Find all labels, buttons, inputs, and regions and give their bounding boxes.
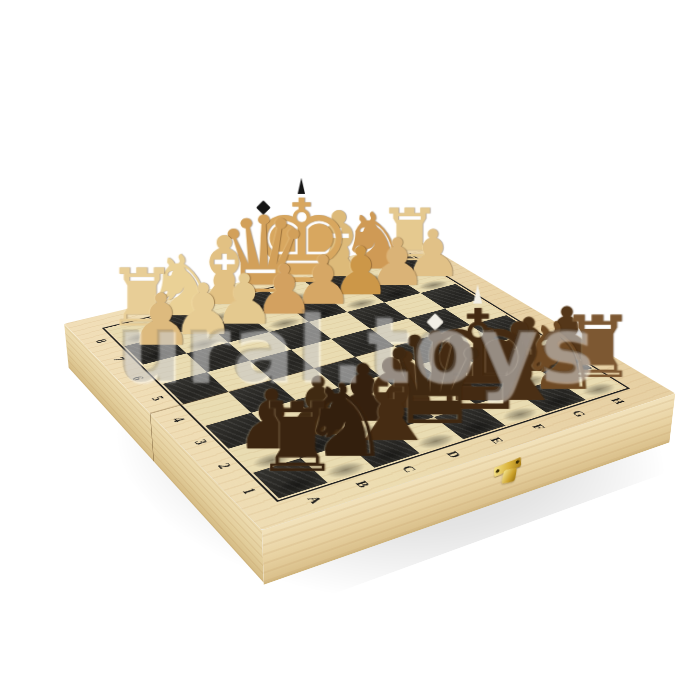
fold-seam-side [150,413,154,462]
chess-box: ABCDEFGH 12345678 ♜♞♝♛♚♝♞♜♟♟♟♟♟♟♟♟♟♟♟♟♟♟… [64,240,675,530]
dark-rook-glyph: ♜ [254,393,341,485]
photo-scene: ABCDEFGH 12345678 ♜♞♝♛♚♝♞♜♟♟♟♟♟♟♟♟♟♟♟♟♟♟… [0,0,700,700]
clasp-loop [501,468,517,484]
piece-billboard: ♜ [249,383,345,484]
brass-clasp [493,457,523,491]
